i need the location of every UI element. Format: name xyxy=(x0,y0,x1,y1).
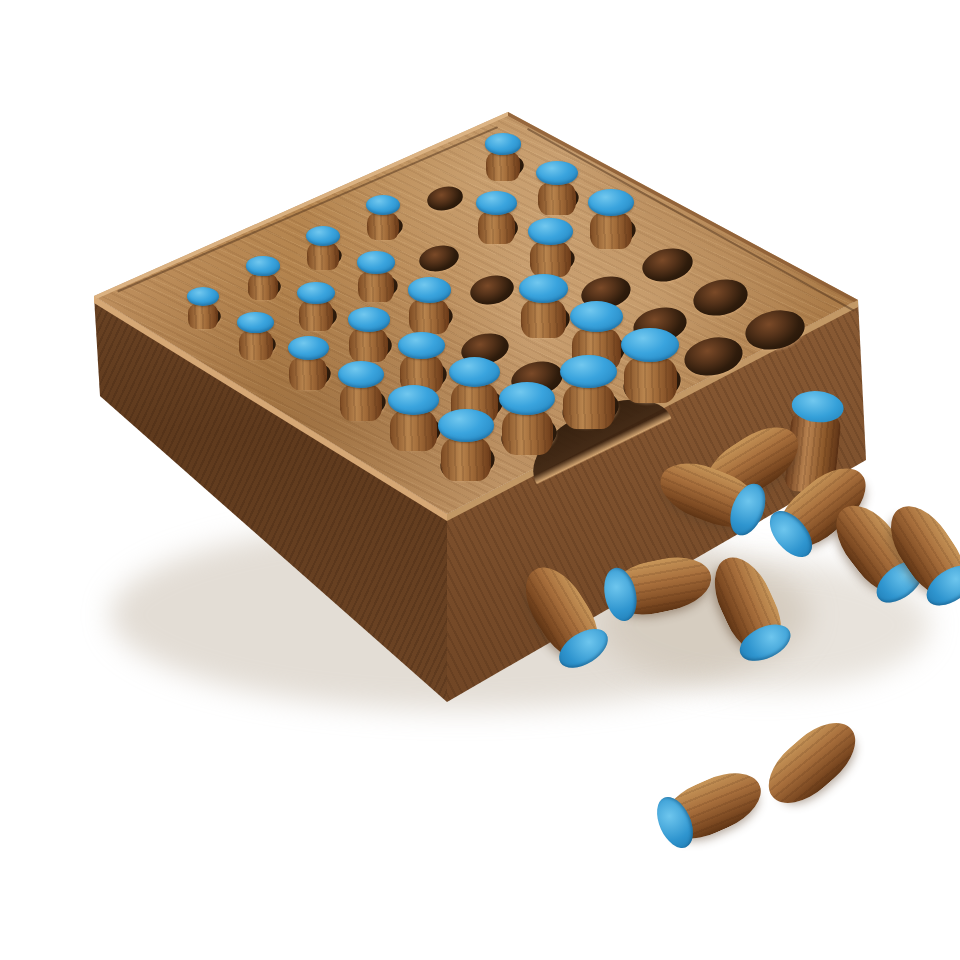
peg-1-4[interactable] xyxy=(476,191,516,244)
peg-blue-top xyxy=(621,328,679,362)
peg-body xyxy=(289,358,327,390)
peg-0-2[interactable] xyxy=(306,226,340,270)
peg-body xyxy=(441,438,492,481)
peg-0-3[interactable] xyxy=(366,195,401,241)
peg-blue-top xyxy=(246,256,279,275)
peg-blue-top xyxy=(499,382,555,415)
peg-body xyxy=(358,272,394,302)
peg-2-4[interactable] xyxy=(528,218,573,277)
peg-blue-top xyxy=(570,301,623,332)
peg-1-1[interactable] xyxy=(297,282,335,331)
peg-2-2[interactable] xyxy=(408,277,451,333)
peg-blue-top xyxy=(288,336,329,360)
peg-body xyxy=(188,304,218,329)
peg-body xyxy=(478,212,515,244)
loose-peg-body xyxy=(756,709,869,816)
peg-blue-top xyxy=(528,218,573,244)
peg-blue-top xyxy=(438,409,493,441)
loose-peg-9[interactable] xyxy=(512,556,611,672)
peg-0-0[interactable] xyxy=(187,287,219,329)
loose-peg-7[interactable] xyxy=(702,548,793,664)
peg-0-5[interactable] xyxy=(485,133,522,181)
peg-3-3[interactable] xyxy=(519,274,568,338)
scene xyxy=(0,0,960,960)
peg-blue-top xyxy=(388,385,439,415)
peg-4-0[interactable] xyxy=(388,385,439,451)
peg-1-5[interactable] xyxy=(536,161,577,215)
peg-1-0[interactable] xyxy=(237,312,274,360)
peg-body xyxy=(349,329,388,362)
peg-2-5[interactable] xyxy=(588,189,634,249)
peg-body xyxy=(409,300,449,334)
peg-blue-top xyxy=(237,312,274,334)
peg-2-0[interactable] xyxy=(288,336,329,390)
peg-blue-top xyxy=(348,307,390,332)
peg-body xyxy=(538,183,576,215)
peg-body xyxy=(530,242,571,277)
peg-body xyxy=(521,300,566,338)
peg-5-1[interactable] xyxy=(499,382,555,455)
peg-3-0[interactable] xyxy=(338,361,384,421)
loose-peg-11[interactable] xyxy=(756,709,869,816)
peg-blue-top xyxy=(338,361,384,388)
peg-2-1[interactable] xyxy=(348,307,390,362)
peg-blue-top xyxy=(519,274,568,303)
peg-blue-top xyxy=(398,332,445,360)
peg-blue-top xyxy=(297,282,335,304)
peg-blue-top xyxy=(306,226,340,246)
peg-body xyxy=(624,358,677,403)
peg-1-2[interactable] xyxy=(357,251,396,301)
peg-body xyxy=(486,152,520,181)
loose-peg-8[interactable] xyxy=(604,550,717,622)
peg-0-1[interactable] xyxy=(246,256,279,299)
peg-body xyxy=(239,331,273,360)
peg-blue-top xyxy=(476,191,516,215)
peg-blue-top xyxy=(560,355,617,388)
peg-blue-top xyxy=(485,133,522,155)
peg-blue-top xyxy=(187,287,219,306)
peg-5-0[interactable] xyxy=(438,409,493,481)
peg-blue-top xyxy=(366,195,401,216)
peg-body xyxy=(367,213,399,240)
loose-peg-10[interactable] xyxy=(654,761,770,851)
peg-body xyxy=(307,243,338,270)
peg-body xyxy=(502,411,554,455)
peg-blue-top xyxy=(408,277,451,302)
peg-blue-top xyxy=(449,357,501,387)
peg-body xyxy=(590,213,632,249)
peg-body xyxy=(340,385,382,421)
peg-body xyxy=(248,274,278,300)
peg-blue-top xyxy=(588,189,634,216)
peg-body xyxy=(563,385,615,430)
peg-5-3[interactable] xyxy=(621,328,679,404)
peg-5-2[interactable] xyxy=(560,355,617,429)
peg-blue-top xyxy=(536,161,577,185)
peg-body xyxy=(299,301,334,331)
peg-blue-top xyxy=(357,251,396,274)
peg-3-1[interactable] xyxy=(398,332,445,393)
peg-body xyxy=(390,411,437,451)
